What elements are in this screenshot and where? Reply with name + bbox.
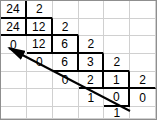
grid-cell-r6c3 (53, 89, 79, 107)
grid-cell-r6c5: 0 (104, 89, 130, 107)
grid-cell-r6c4: 1 (79, 89, 105, 107)
grid-cell-r6c2 (27, 89, 53, 107)
grid-cell-r1c3 (53, 1, 79, 19)
grid-cell-r3c4: 2 (79, 36, 105, 54)
grid-cell-r3c6 (130, 36, 156, 54)
division-worksheet: 2422412201262063202121001 (0, 0, 157, 120)
grid-cell-r2c1: 24 (1, 19, 27, 37)
grid-cell-r1c5 (104, 1, 130, 19)
grid-cell-r7c4 (79, 107, 105, 119)
grid-cell-r7c2 (27, 107, 53, 119)
grid-cell-r6c1 (1, 89, 27, 107)
grid-cell-r4c4: 3 (79, 54, 105, 72)
grid-cell-r2c4 (79, 19, 105, 37)
grid-cell-r1c6 (130, 1, 156, 19)
grid-cell-r1c2: 2 (27, 1, 53, 19)
grid-cell-r7c1 (1, 107, 27, 119)
grid-cell-r5c4: 2 (79, 72, 105, 90)
grid-cell-r7c3 (53, 107, 79, 119)
grid-cell-r5c5: 1 (104, 72, 130, 90)
grid-cell-r2c6 (130, 19, 156, 37)
grid-cell-r4c6 (130, 54, 156, 72)
grid-cell-r2c3: 2 (53, 19, 79, 37)
grid-cell-r2c2: 12 (27, 19, 53, 37)
grid-cell-r5c2 (27, 72, 53, 90)
grid-cell-r2c5 (104, 19, 130, 37)
grid-cell-r5c6: 2 (130, 72, 156, 90)
grid-cell-r4c1 (1, 54, 27, 72)
grid-cell-r6c6: 0 (130, 89, 156, 107)
grid-cell-r1c4 (79, 1, 105, 19)
grid-cell-r3c2: 12 (27, 36, 53, 54)
grid-cell-r3c5 (104, 36, 130, 54)
grid-cell-r4c3: 6 (53, 54, 79, 72)
grid-cell-r4c5: 2 (104, 54, 130, 72)
grid-cell-r7c5: 1 (104, 107, 130, 119)
grid-cell-r3c3: 6 (53, 36, 79, 54)
grid-cell-r5c3: 0 (53, 72, 79, 90)
division-grid: 2422412201262063202121001 (1, 1, 156, 119)
grid-cell-r5c1 (1, 72, 27, 90)
grid-cell-r7c6 (130, 107, 156, 119)
grid-cell-r1c1: 24 (1, 1, 27, 19)
grid-cell-r4c2: 0 (27, 54, 53, 72)
grid-cell-r3c1: 0 (1, 36, 27, 54)
